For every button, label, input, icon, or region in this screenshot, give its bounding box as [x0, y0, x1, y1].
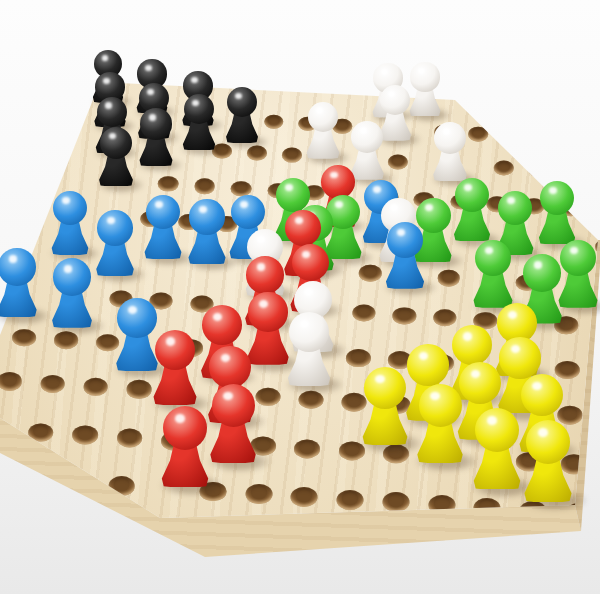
chinese-checkers-photo: [0, 0, 600, 594]
pegs-layer: [0, 0, 600, 594]
